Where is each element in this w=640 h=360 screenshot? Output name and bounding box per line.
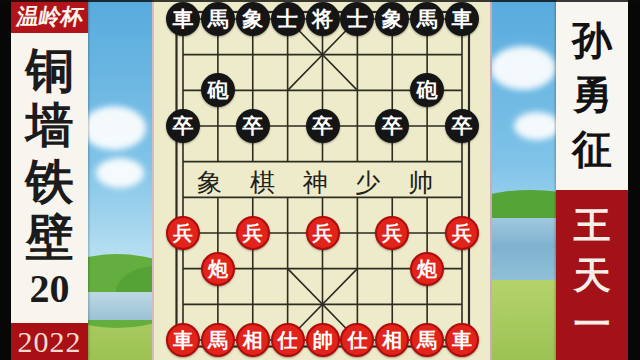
player-bottom-char: 王 xyxy=(574,207,611,244)
river-char: 帅 xyxy=(408,170,433,195)
river-char: 少 xyxy=(355,170,380,195)
left-black-border xyxy=(0,0,11,360)
piece-black-0-1[interactable]: 馬 xyxy=(201,2,235,36)
river-text: 象棋神少帅 xyxy=(197,167,433,197)
piece-red-6-8[interactable]: 兵 xyxy=(445,216,479,250)
player-top-char: 孙 xyxy=(572,21,612,61)
piece-red-9-8[interactable]: 車 xyxy=(445,323,479,357)
piece-black-0-3[interactable]: 士 xyxy=(271,2,305,36)
piece-black-0-8[interactable]: 車 xyxy=(445,2,479,36)
title-char: 墙 xyxy=(26,102,74,150)
player-bottom-char: 天 xyxy=(574,257,611,294)
cloud-shape xyxy=(514,112,560,140)
piece-red-9-2[interactable]: 相 xyxy=(236,323,270,357)
piece-black-0-2[interactable]: 象 xyxy=(236,2,270,36)
river-char: 神 xyxy=(303,170,328,195)
cloud-shape xyxy=(96,158,144,188)
tournament-name: 温岭杯 xyxy=(14,2,85,32)
tournament-banner: 温岭杯 xyxy=(11,0,88,33)
river-char: 棋 xyxy=(250,170,275,195)
player-top-char: 征 xyxy=(572,130,612,170)
piece-red-9-3[interactable]: 仕 xyxy=(271,323,305,357)
piece-red-7-7[interactable]: 炮 xyxy=(410,252,444,286)
series-number: 20 xyxy=(30,269,70,309)
piece-black-2-1[interactable]: 砲 xyxy=(201,73,235,107)
piece-black-3-2[interactable]: 卒 xyxy=(236,109,270,143)
player-top-char: 勇 xyxy=(572,75,612,115)
piece-red-9-4[interactable]: 帥 xyxy=(306,323,340,357)
right-black-border xyxy=(628,0,640,360)
piece-black-0-0[interactable]: 車 xyxy=(166,2,200,36)
cloud-shape xyxy=(82,106,146,150)
piece-red-6-0[interactable]: 兵 xyxy=(166,216,200,250)
lake-shape xyxy=(482,218,560,280)
piece-red-9-1[interactable]: 馬 xyxy=(201,323,235,357)
title-char: 铜 xyxy=(26,47,74,95)
player-name-bottom: 王天一 xyxy=(556,190,628,360)
player-name-top: 孙勇征 xyxy=(556,0,628,190)
piece-black-0-4[interactable]: 将 xyxy=(306,2,340,36)
title-char: 铁 xyxy=(26,158,74,206)
piece-red-7-1[interactable]: 炮 xyxy=(201,252,235,286)
year-text: 2022 xyxy=(18,325,82,359)
year-badge: 2022 xyxy=(11,323,88,360)
top-edge-line xyxy=(0,0,640,2)
player-bottom-char: 一 xyxy=(574,306,611,343)
piece-red-6-2[interactable]: 兵 xyxy=(236,216,270,250)
cloud-shape xyxy=(490,46,556,90)
xiangqi-board: 象棋神少帅 車馬象士将士象馬車砲砲卒卒卒卒卒兵兵兵兵兵炮炮車馬相仕帥仕相馬車 xyxy=(152,0,492,360)
caption-title: 铜墙铁壁 20 xyxy=(11,33,88,323)
piece-red-9-0[interactable]: 車 xyxy=(166,323,200,357)
piece-black-0-7[interactable]: 馬 xyxy=(410,2,444,36)
lake-shape xyxy=(78,292,158,320)
piece-black-3-4[interactable]: 卒 xyxy=(306,109,340,143)
piece-black-3-0[interactable]: 卒 xyxy=(166,109,200,143)
piece-red-9-7[interactable]: 馬 xyxy=(410,323,444,357)
river-char: 象 xyxy=(197,170,222,195)
title-char: 壁 xyxy=(26,214,74,262)
piece-red-6-4[interactable]: 兵 xyxy=(306,216,340,250)
left-caption-panel: 温岭杯 铜墙铁壁 20 2022 xyxy=(11,0,88,360)
piece-black-3-8[interactable]: 卒 xyxy=(445,109,479,143)
right-players-panel: 孙勇征 王天一 xyxy=(556,0,628,360)
